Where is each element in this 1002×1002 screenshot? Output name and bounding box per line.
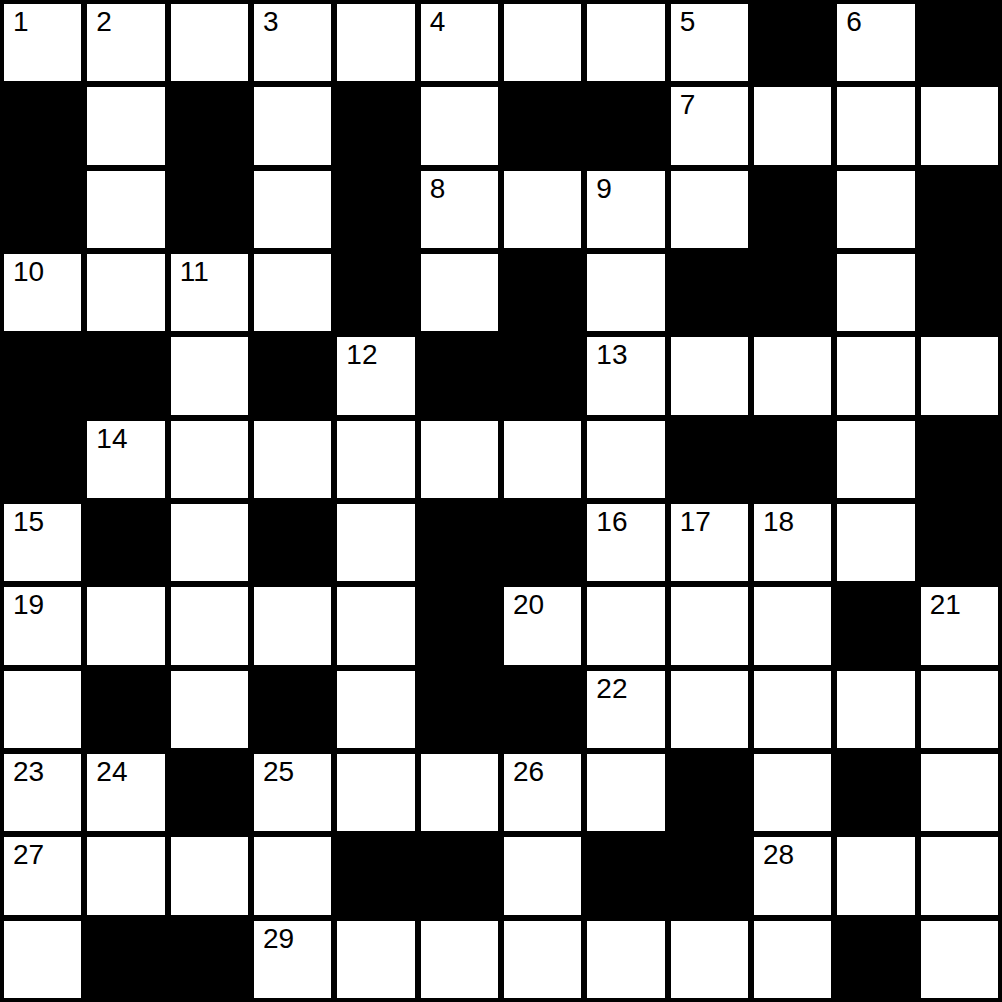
white-cell-r5c5[interactable] [421,421,498,498]
clue-number-15: 15 [13,507,44,536]
white-cell-r4c10[interactable] [837,337,914,414]
white-cell-r0c7[interactable] [587,4,664,81]
clue-number-29: 29 [263,924,294,953]
clue-number-2: 2 [96,7,112,36]
clue-number-7: 7 [680,90,696,119]
white-cell-r3c2[interactable]: 11 [171,254,248,331]
white-cell-r10c1[interactable] [87,837,164,914]
white-cell-r9c3[interactable]: 25 [254,754,331,831]
white-cell-r1c1[interactable] [87,87,164,164]
white-cell-r7c3[interactable] [254,587,331,664]
black-cell-r11c2 [171,921,248,998]
white-cell-r11c0[interactable] [4,921,81,998]
white-cell-r0c6[interactable] [504,4,581,81]
clue-number-21: 21 [930,590,961,619]
black-cell-r0c9 [754,4,831,81]
white-cell-r0c3[interactable]: 3 [254,4,331,81]
white-cell-r5c6[interactable] [504,421,581,498]
clue-number-12: 12 [346,340,377,369]
white-cell-r7c2[interactable] [171,587,248,664]
clue-number-9: 9 [596,174,612,203]
crossword-board: 1234567891011121314151617181920212223242… [0,0,1002,1002]
clue-number-10: 10 [13,257,44,286]
black-cell-r2c0 [4,171,81,248]
white-cell-r1c10[interactable] [837,87,914,164]
white-cell-r8c4[interactable] [337,671,414,748]
black-cell-r9c8 [671,754,748,831]
black-cell-r4c3 [254,337,331,414]
black-cell-r3c4 [337,254,414,331]
white-cell-r2c3[interactable] [254,171,331,248]
white-cell-r5c3[interactable] [254,421,331,498]
white-cell-r4c8[interactable] [671,337,748,414]
white-cell-r0c8[interactable]: 5 [671,4,748,81]
white-cell-r3c1[interactable] [87,254,164,331]
white-cell-r11c6[interactable] [504,921,581,998]
white-cell-r7c11[interactable]: 21 [921,587,998,664]
clue-number-28: 28 [763,840,794,869]
white-cell-r6c4[interactable] [337,504,414,581]
black-cell-r1c0 [4,87,81,164]
black-cell-r0c11 [921,4,998,81]
black-cell-r3c9 [754,254,831,331]
white-cell-r3c10[interactable] [837,254,914,331]
white-cell-r3c0[interactable]: 10 [4,254,81,331]
clue-number-11: 11 [180,257,209,286]
clue-number-5: 5 [680,7,696,36]
black-cell-r4c1 [87,337,164,414]
white-cell-r9c6[interactable]: 26 [504,754,581,831]
white-cell-r8c0[interactable] [4,671,81,748]
black-cell-r3c6 [504,254,581,331]
white-cell-r11c5[interactable] [421,921,498,998]
white-cell-r0c0[interactable]: 1 [4,4,81,81]
white-cell-r2c8[interactable] [671,171,748,248]
black-cell-r6c3 [254,504,331,581]
clue-number-6: 6 [846,7,862,36]
white-cell-r5c10[interactable] [837,421,914,498]
black-cell-r4c5 [421,337,498,414]
clue-number-1: 1 [13,7,29,36]
white-cell-r0c4[interactable] [337,4,414,81]
white-cell-r4c2[interactable] [171,337,248,414]
black-cell-r5c0 [4,421,81,498]
black-cell-r2c11 [921,171,998,248]
white-cell-r8c11[interactable] [921,671,998,748]
white-cell-r10c10[interactable] [837,837,914,914]
white-cell-r10c3[interactable] [254,837,331,914]
white-cell-r9c1[interactable]: 24 [87,754,164,831]
black-cell-r6c5 [421,504,498,581]
white-cell-r3c3[interactable] [254,254,331,331]
white-cell-r5c7[interactable] [587,421,664,498]
white-cell-r9c0[interactable]: 23 [4,754,81,831]
white-cell-r8c9[interactable] [754,671,831,748]
white-cell-r7c0[interactable]: 19 [4,587,81,664]
white-cell-r1c8[interactable]: 7 [671,87,748,164]
black-cell-r2c4 [337,171,414,248]
black-cell-r6c1 [87,504,164,581]
white-cell-r2c10[interactable] [837,171,914,248]
black-cell-r9c2 [171,754,248,831]
black-cell-r6c6 [504,504,581,581]
clue-number-8: 8 [430,174,446,203]
white-cell-r11c11[interactable] [921,921,998,998]
white-cell-r3c5[interactable] [421,254,498,331]
white-cell-r10c9[interactable]: 28 [754,837,831,914]
white-cell-r4c4[interactable]: 12 [337,337,414,414]
white-cell-r7c9[interactable] [754,587,831,664]
white-cell-r8c8[interactable] [671,671,748,748]
black-cell-r11c10 [837,921,914,998]
white-cell-r8c10[interactable] [837,671,914,748]
white-cell-r2c6[interactable] [504,171,581,248]
white-cell-r1c5[interactable] [421,87,498,164]
clue-number-18: 18 [763,507,794,536]
black-cell-r9c10 [837,754,914,831]
black-cell-r5c9 [754,421,831,498]
black-cell-r2c2 [171,171,248,248]
white-cell-r1c9[interactable] [754,87,831,164]
clue-number-23: 23 [13,757,44,786]
black-cell-r3c8 [671,254,748,331]
white-cell-r7c1[interactable] [87,587,164,664]
white-cell-r9c11[interactable] [921,754,998,831]
white-cell-r11c4[interactable] [337,921,414,998]
clue-number-27: 27 [13,840,44,869]
white-cell-r8c7[interactable]: 22 [587,671,664,748]
white-cell-r2c7[interactable]: 9 [587,171,664,248]
white-cell-r5c1[interactable]: 14 [87,421,164,498]
clue-number-20: 20 [513,590,544,619]
white-cell-r6c10[interactable] [837,504,914,581]
white-cell-r11c8[interactable] [671,921,748,998]
black-cell-r10c8 [671,837,748,914]
white-cell-r4c11[interactable] [921,337,998,414]
white-cell-r6c8[interactable]: 17 [671,504,748,581]
white-cell-r10c2[interactable] [171,837,248,914]
white-cell-r2c5[interactable]: 8 [421,171,498,248]
black-cell-r2c9 [754,171,831,248]
black-cell-r5c8 [671,421,748,498]
black-cell-r8c1 [87,671,164,748]
black-cell-r10c4 [337,837,414,914]
white-cell-r9c5[interactable] [421,754,498,831]
white-cell-r7c6[interactable]: 20 [504,587,581,664]
clue-number-24: 24 [96,757,127,786]
clue-number-25: 25 [263,757,294,786]
clue-number-19: 19 [13,590,44,619]
black-cell-r7c10 [837,587,914,664]
white-cell-r9c4[interactable] [337,754,414,831]
white-cell-r4c7[interactable]: 13 [587,337,664,414]
black-cell-r3c11 [921,254,998,331]
white-cell-r7c8[interactable] [671,587,748,664]
black-cell-r5c11 [921,421,998,498]
black-cell-r1c4 [337,87,414,164]
white-cell-r5c4[interactable] [337,421,414,498]
white-cell-r2c1[interactable] [87,171,164,248]
white-cell-r7c7[interactable] [587,587,664,664]
white-cell-r11c9[interactable] [754,921,831,998]
white-cell-r7c4[interactable] [337,587,414,664]
clue-number-13: 13 [596,340,627,369]
white-cell-r6c0[interactable]: 15 [4,504,81,581]
clue-number-17: 17 [680,507,711,536]
white-cell-r1c11[interactable] [921,87,998,164]
white-cell-r11c3[interactable]: 29 [254,921,331,998]
white-cell-r10c11[interactable] [921,837,998,914]
black-cell-r10c7 [587,837,664,914]
clue-number-16: 16 [596,507,627,536]
black-cell-r7c5 [421,587,498,664]
white-cell-r0c2[interactable] [171,4,248,81]
white-cell-r11c7[interactable] [587,921,664,998]
white-cell-r0c10[interactable]: 6 [837,4,914,81]
black-cell-r8c3 [254,671,331,748]
black-cell-r8c6 [504,671,581,748]
white-cell-r0c5[interactable]: 4 [421,4,498,81]
black-cell-r11c1 [87,921,164,998]
white-cell-r4c9[interactable] [754,337,831,414]
black-cell-r1c2 [171,87,248,164]
black-cell-r6c11 [921,504,998,581]
black-cell-r10c5 [421,837,498,914]
clue-number-22: 22 [596,674,627,703]
black-cell-r1c6 [504,87,581,164]
black-cell-r4c0 [4,337,81,414]
white-cell-r10c0[interactable]: 27 [4,837,81,914]
clue-number-26: 26 [513,757,544,786]
white-cell-r1c3[interactable] [254,87,331,164]
white-cell-r5c2[interactable] [171,421,248,498]
clue-number-4: 4 [430,7,446,36]
clue-number-14: 14 [96,424,127,453]
white-cell-r10c6[interactable] [504,837,581,914]
white-cell-r3c7[interactable] [587,254,664,331]
white-cell-r9c7[interactable] [587,754,664,831]
white-cell-r6c9[interactable]: 18 [754,504,831,581]
white-cell-r0c1[interactable]: 2 [87,4,164,81]
black-cell-r4c6 [504,337,581,414]
white-cell-r9c9[interactable] [754,754,831,831]
black-cell-r1c7 [587,87,664,164]
black-cell-r8c5 [421,671,498,748]
clue-number-3: 3 [263,7,279,36]
white-cell-r6c2[interactable] [171,504,248,581]
white-cell-r6c7[interactable]: 16 [587,504,664,581]
white-cell-r8c2[interactable] [171,671,248,748]
